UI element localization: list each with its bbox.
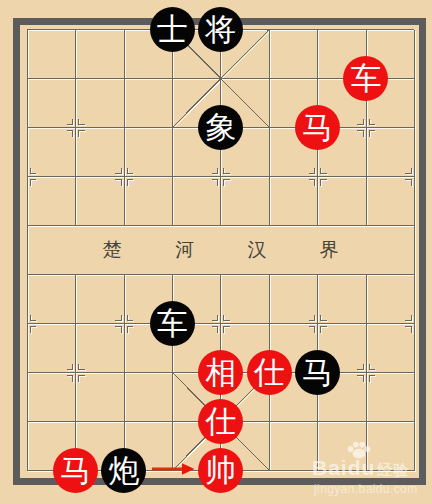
- piece-black-advisor[interactable]: 士: [150, 7, 195, 52]
- piece-black-horse[interactable]: 马: [295, 350, 340, 395]
- river-label: 界: [320, 237, 339, 263]
- piece-black-cannon[interactable]: 炮: [101, 448, 146, 493]
- river-label: 汉: [248, 237, 267, 263]
- piece-red-horse[interactable]: 马: [53, 448, 98, 493]
- watermark-suffix: 经验: [377, 461, 409, 478]
- watermark-url: jingyan.baidu.com: [314, 482, 418, 496]
- river-label: 河: [176, 237, 195, 263]
- board-grid: 士将车象马车相仕马仕马炮帅: [3, 5, 432, 495]
- piece-red-chariot[interactable]: 车: [343, 56, 388, 101]
- piece-red-general[interactable]: 帅: [198, 448, 243, 493]
- river-label: 楚: [103, 237, 122, 263]
- watermark-brand: Baidu: [312, 456, 375, 479]
- watermark-brand-line: Baidu经验: [312, 456, 409, 480]
- board-canvas: 士将车象马车相仕马仕马炮帅 楚 河 汉 界 Baidu经验 jingyan.ba…: [0, 0, 432, 504]
- piece-red-advisor[interactable]: 仕: [198, 399, 243, 444]
- piece-red-horse[interactable]: 马: [295, 105, 340, 150]
- piece-red-elephant[interactable]: 相: [198, 350, 243, 395]
- piece-black-chariot[interactable]: 车: [150, 301, 195, 346]
- piece-black-elephant[interactable]: 象: [198, 105, 243, 150]
- piece-red-advisor[interactable]: 仕: [247, 350, 292, 395]
- baidu-jingyan-watermark: Baidu经验 jingyan.baidu.com: [310, 441, 432, 503]
- piece-black-general[interactable]: 将: [198, 7, 243, 52]
